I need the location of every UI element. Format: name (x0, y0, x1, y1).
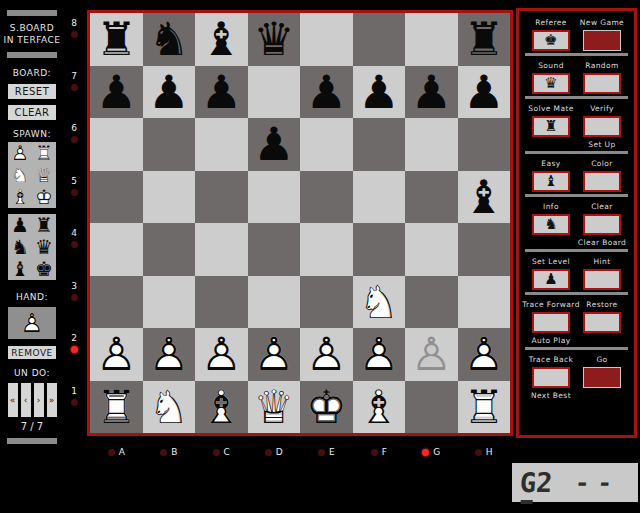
square-c4[interactable] (195, 223, 248, 276)
square-c6[interactable] (195, 118, 248, 171)
lcd-cursor (520, 500, 532, 504)
new-game-control: New Game (580, 15, 624, 51)
black-pawn-piece: ♟ (143, 66, 196, 119)
trace-forward-control: Trace ForwardAuto Play (529, 297, 573, 345)
square-h3[interactable] (458, 276, 511, 329)
white-pawn-piece: ♟♙ (248, 328, 301, 381)
black-knight-piece: ♞ (8, 236, 32, 258)
rank-label-8: 8 (62, 13, 86, 66)
rank-5-led (71, 189, 78, 196)
file-a-led (108, 449, 115, 456)
file-label-b: B (143, 447, 196, 457)
redo-last-button[interactable]: » (47, 383, 57, 417)
white-knight-piece: ♞♘ (143, 381, 196, 434)
square-g6[interactable] (405, 118, 458, 171)
rank-number: 6 (71, 123, 77, 133)
white-pawn-piece: ♟♙ (458, 328, 511, 381)
clear-button[interactable] (583, 214, 621, 235)
black-queen-piece: ♛ (248, 13, 301, 66)
black-knight-piece: ♞ (143, 13, 196, 66)
square-c7[interactable]: ♟ (195, 66, 248, 119)
square-c3[interactable] (195, 276, 248, 329)
easy-label: Easy (541, 159, 560, 168)
spawn-black-king[interactable]: ♚ (32, 258, 56, 280)
lcd-display: G2 -- (512, 463, 638, 502)
square-f8[interactable] (353, 13, 406, 66)
black-rook-icon: ♜ (544, 119, 557, 134)
verify-label: Verify (590, 104, 614, 113)
undo-controls: « ‹ › » (8, 383, 57, 417)
spawn-white-king[interactable]: ♚♔ (32, 186, 56, 208)
spawn-black-queen[interactable]: ♛ (32, 236, 56, 258)
color-control: Color (580, 156, 624, 192)
file-letter: H (486, 447, 493, 457)
trace-forward-button[interactable] (532, 312, 570, 333)
square-h5[interactable]: ♝ (458, 171, 511, 224)
spawn-black-rook[interactable]: ♜ (32, 214, 56, 236)
rank-1-led (71, 399, 78, 406)
rank-7-led (71, 84, 78, 91)
file-letter: E (329, 447, 335, 457)
white-king-piece: ♚♔ (300, 381, 353, 434)
rank-number: 8 (71, 18, 77, 28)
black-rook-piece: ♜ (32, 214, 56, 236)
file-h-led (475, 449, 482, 456)
white-knight-piece: ♞♘ (353, 276, 406, 329)
square-h8[interactable]: ♜ (458, 13, 511, 66)
trace-back-label: Trace Back (529, 355, 574, 364)
square-e5[interactable] (300, 171, 353, 224)
hint-button[interactable] (583, 269, 621, 290)
rank-4-led (71, 241, 78, 248)
control-row-4: Easy♝Color (519, 156, 634, 192)
square-c5[interactable] (195, 171, 248, 224)
spawn-white-queen[interactable]: ♛♕ (32, 164, 56, 186)
trace-forward-label: Trace Forward (522, 300, 580, 309)
file-label-c: C (195, 447, 248, 457)
undo-back-button[interactable]: ‹ (21, 383, 31, 417)
black-pawn-piece: ♟ (90, 66, 143, 119)
trace-back-button[interactable] (532, 367, 570, 388)
control-row-1: Referee♚New Game (519, 15, 634, 51)
square-d3[interactable] (248, 276, 301, 329)
square-a1[interactable]: ♜♖ (90, 381, 143, 434)
clear-board-label: Clear Board (578, 238, 626, 247)
undo-first-button[interactable]: « (8, 383, 18, 417)
set-level-button[interactable]: ♟ (532, 269, 570, 290)
square-a3[interactable] (90, 276, 143, 329)
color-label: Color (591, 159, 613, 168)
square-b6[interactable] (143, 118, 196, 171)
rank-labels: 87654321 (62, 13, 86, 433)
black-king-piece: ♚ (32, 258, 56, 280)
white-bishop-piece: ♝♗ (8, 186, 32, 208)
white-pawn-piece: ♟♙ (300, 328, 353, 381)
white-rook-piece: ♜♖ (32, 142, 56, 164)
control-row-3: Solve Mate♜VerifySet Up (519, 101, 634, 149)
rank-label-2: 2 (62, 328, 86, 381)
trace-back-control: Trace BackNext Best (529, 352, 573, 400)
black-pawn-icon: ♟ (544, 272, 557, 287)
white-bishop-piece: ♝♗ (195, 381, 248, 434)
black-pawn-piece: ♟ (300, 66, 353, 119)
white-queen-piece: ♛♕ (248, 381, 301, 434)
square-f2[interactable]: ♟♙ (353, 328, 406, 381)
white-pawn-piece: ♟♙ (143, 328, 196, 381)
square-a5[interactable] (90, 171, 143, 224)
divider (7, 438, 57, 444)
file-labels: ABCDEFGH (90, 447, 510, 457)
square-e6[interactable] (300, 118, 353, 171)
panel-divider (525, 151, 628, 154)
black-pawn-piece: ♟ (458, 66, 511, 119)
spawn-white-rook[interactable]: ♜♖ (32, 142, 56, 164)
hand-slot[interactable]: ♟♙ (8, 307, 56, 339)
white-pawn-piece: ♟♙ (195, 328, 248, 381)
black-bishop-piece: ♝ (458, 171, 511, 224)
square-f4[interactable] (353, 223, 406, 276)
undo-section-label: UN DO: (14, 368, 50, 378)
restore-control: Restore (580, 297, 624, 345)
file-e-led (318, 449, 325, 456)
square-c1[interactable]: ♝♗ (195, 381, 248, 434)
panel-divider (525, 292, 628, 295)
white-pawn-piece: ♟♙ (8, 142, 32, 164)
rank-number: 4 (71, 228, 77, 238)
right-button-panel: Referee♚New GameSound♛RandomSolve Mate♜V… (516, 8, 637, 438)
verify-button[interactable] (583, 116, 621, 137)
sound-label: Sound (538, 61, 564, 70)
black-queen-icon: ♛ (544, 76, 557, 91)
set-level-control: Set Level♟ (529, 254, 573, 290)
square-b7[interactable]: ♟ (143, 66, 196, 119)
left-control-panel: S.BOARD IN TERFACE BOARD: RESET CLEAR SP… (0, 6, 64, 448)
panel-divider (525, 53, 628, 56)
white-knight-piece: ♞♘ (8, 164, 32, 186)
new-game-label: New Game (580, 18, 624, 27)
square-f5[interactable] (353, 171, 406, 224)
file-b-led (160, 449, 167, 456)
rank-label-3: 3 (62, 276, 86, 329)
chess-board: ♜♞♝♛♜♟♟♟♟♟♟♟♟♝♞♘♟♙♟♙♟♙♟♙♟♙♟♙♟♙♟♙♜♖♞♘♝♗♛♕… (90, 13, 510, 433)
solve-mate-control: Solve Mate♜ (529, 101, 573, 149)
black-king-icon: ♚ (544, 33, 557, 48)
white-queen-piece: ♛♕ (32, 164, 56, 186)
square-f1[interactable]: ♝♗ (353, 381, 406, 434)
file-letter: F (382, 447, 387, 457)
square-d6[interactable]: ♟ (248, 118, 301, 171)
square-g5[interactable] (405, 171, 458, 224)
spawn-black-bishop[interactable]: ♝ (8, 258, 32, 280)
black-rook-piece: ♜ (458, 13, 511, 66)
redo-forward-button[interactable]: › (34, 383, 44, 417)
go-label: Go (596, 355, 607, 364)
panel-divider (525, 96, 628, 99)
black-rook-piece: ♜ (90, 13, 143, 66)
panel-divider (525, 249, 628, 252)
black-bishop-piece: ♝ (8, 258, 32, 280)
square-b5[interactable] (143, 171, 196, 224)
spawn-black-pawn[interactable]: ♟ (8, 214, 32, 236)
hand-section-label: HAND: (16, 292, 48, 302)
panel-divider (525, 194, 628, 197)
rank-2-led (71, 346, 78, 353)
file-c-led (213, 449, 220, 456)
white-bishop-piece: ♝♗ (353, 381, 406, 434)
square-g1[interactable] (405, 381, 458, 434)
black-pawn-piece: ♟ (8, 214, 32, 236)
square-b1[interactable]: ♞♘ (143, 381, 196, 434)
undo-counter: 7 / 7 (21, 421, 43, 432)
sound-control: Sound♛ (529, 58, 573, 94)
referee-button[interactable]: ♚ (532, 30, 570, 51)
rank-8-led (71, 31, 78, 38)
file-label-f: F (353, 447, 406, 457)
panel-divider (525, 347, 628, 350)
black-pawn-piece: ♟ (248, 118, 301, 171)
file-label-d: D (248, 447, 301, 457)
square-c8[interactable]: ♝ (195, 13, 248, 66)
square-b3[interactable] (143, 276, 196, 329)
file-letter: B (171, 447, 177, 457)
rank-number: 2 (71, 333, 77, 343)
control-row-5: Info♞ClearClear Board (519, 199, 634, 247)
square-c2[interactable]: ♟♙ (195, 328, 248, 381)
black-queen-piece: ♛ (32, 236, 56, 258)
set-level-label: Set Level (532, 257, 570, 266)
rank-number: 1 (71, 386, 77, 396)
square-f7[interactable]: ♟ (353, 66, 406, 119)
black-bishop-icon: ♝ (544, 174, 557, 189)
square-g8[interactable] (405, 13, 458, 66)
rank-label-4: 4 (62, 223, 86, 276)
control-row-2: Sound♛Random (519, 58, 634, 94)
file-label-g: G (405, 447, 458, 457)
square-d2[interactable]: ♟♙ (248, 328, 301, 381)
color-button[interactable] (583, 171, 621, 192)
lcd-move-square: G2 (519, 467, 554, 498)
square-d7[interactable] (248, 66, 301, 119)
file-letter: A (119, 447, 125, 457)
hint-label: Hint (593, 257, 610, 266)
verify-control: VerifySet Up (580, 101, 624, 149)
spawn-white-panel: ♟♙♜♖♞♘♛♕♝♗♚♔ (8, 142, 56, 208)
square-e3[interactable] (300, 276, 353, 329)
spawn-black-panel: ♟♜♞♛♝♚ (8, 214, 56, 280)
info-button[interactable]: ♞ (532, 214, 570, 235)
square-h1[interactable]: ♜♖ (458, 381, 511, 434)
square-e7[interactable]: ♟ (300, 66, 353, 119)
square-g4[interactable] (405, 223, 458, 276)
square-b2[interactable]: ♟♙ (143, 328, 196, 381)
go-control: Go (580, 352, 624, 400)
square-b8[interactable]: ♞ (143, 13, 196, 66)
square-a7[interactable]: ♟ (90, 66, 143, 119)
ghost-white-pawn-piece: ♟♙ (405, 328, 458, 381)
file-f-led (371, 449, 378, 456)
file-label-h: H (458, 447, 511, 457)
square-h2[interactable]: ♟♙ (458, 328, 511, 381)
easy-button[interactable]: ♝ (532, 171, 570, 192)
file-g-led (422, 449, 429, 456)
divider (7, 10, 57, 16)
white-king-piece: ♚♔ (32, 186, 56, 208)
square-d1[interactable]: ♛♕ (248, 381, 301, 434)
board-section-label: BOARD: (13, 68, 51, 78)
file-d-led (265, 449, 272, 456)
auto-play-label: Auto Play (531, 336, 570, 345)
file-letter: G (433, 447, 440, 457)
next-best-label: Next Best (531, 391, 571, 400)
white-rook-piece: ♜♖ (458, 381, 511, 434)
square-d5[interactable] (248, 171, 301, 224)
lcd-dashes: -- (574, 469, 621, 497)
solve-mate-button[interactable]: ♜ (532, 116, 570, 137)
clear-label: Clear (591, 202, 613, 211)
solve-mate-label: Solve Mate (528, 104, 574, 113)
white-rook-piece: ♜♖ (90, 381, 143, 434)
spawn-black-knight[interactable]: ♞ (8, 236, 32, 258)
square-d4[interactable] (248, 223, 301, 276)
easy-control: Easy♝ (529, 156, 573, 192)
info-control: Info♞ (529, 199, 573, 247)
clear-button[interactable]: CLEAR (8, 105, 56, 120)
square-g3[interactable] (405, 276, 458, 329)
black-pawn-piece: ♟ (405, 66, 458, 119)
white-pawn-piece: ♟♙ (90, 328, 143, 381)
square-e1[interactable]: ♚♔ (300, 381, 353, 434)
hint-control: Hint (580, 254, 624, 290)
square-f3[interactable]: ♞♘ (353, 276, 406, 329)
rank-label-7: 7 (62, 66, 86, 119)
referee-control: Referee♚ (529, 15, 573, 51)
square-b4[interactable] (143, 223, 196, 276)
file-letter: D (276, 447, 283, 457)
file-label-a: A (90, 447, 143, 457)
square-g7[interactable]: ♟ (405, 66, 458, 119)
square-h6[interactable] (458, 118, 511, 171)
white-pawn-piece: ♟♙ (353, 328, 406, 381)
control-row-8: Trace BackNext BestGo (519, 352, 634, 400)
file-letter: C (224, 447, 230, 457)
rank-number: 5 (71, 176, 77, 186)
set-up-label: Set Up (588, 140, 615, 149)
rank-3-led (71, 294, 78, 301)
random-control: Random (580, 58, 624, 94)
square-h7[interactable]: ♟ (458, 66, 511, 119)
rank-label-1: 1 (62, 381, 86, 434)
square-f6[interactable] (353, 118, 406, 171)
rank-number: 7 (71, 71, 77, 81)
rank-label-6: 6 (62, 118, 86, 171)
random-label: Random (585, 61, 618, 70)
restore-button[interactable] (583, 312, 621, 333)
square-a6[interactable] (90, 118, 143, 171)
new-game-button[interactable] (583, 30, 621, 51)
black-knight-icon: ♞ (544, 217, 557, 232)
square-a4[interactable] (90, 223, 143, 276)
divider (7, 52, 57, 58)
go-button[interactable] (583, 367, 621, 388)
square-e2[interactable]: ♟♙ (300, 328, 353, 381)
black-pawn-piece: ♟ (353, 66, 406, 119)
spawn-white-bishop[interactable]: ♝♗ (8, 186, 32, 208)
control-row-7: Trace ForwardAuto PlayRestore (519, 297, 634, 345)
board-frame: ♜♞♝♛♜♟♟♟♟♟♟♟♟♝♞♘♟♙♟♙♟♙♟♙♟♙♟♙♟♙♟♙♜♖♞♘♝♗♛♕… (87, 10, 513, 436)
square-d8[interactable]: ♛ (248, 13, 301, 66)
white-pawn-piece: ♟♙ (17, 308, 47, 338)
rank-6-led (71, 136, 78, 143)
spawn-section-label: SPAWN: (13, 129, 51, 139)
rank-label-5: 5 (62, 171, 86, 224)
spawn-white-knight[interactable]: ♞♘ (8, 164, 32, 186)
square-h4[interactable] (458, 223, 511, 276)
sound-button[interactable]: ♛ (532, 73, 570, 94)
square-e4[interactable] (300, 223, 353, 276)
clear-control: ClearClear Board (580, 199, 624, 247)
info-label: Info (543, 202, 559, 211)
random-button[interactable] (583, 73, 621, 94)
black-pawn-piece: ♟ (195, 66, 248, 119)
file-label-e: E (300, 447, 353, 457)
spawn-white-pawn[interactable]: ♟♙ (8, 142, 32, 164)
rank-number: 3 (71, 281, 77, 291)
restore-label: Restore (586, 300, 617, 309)
black-bishop-piece: ♝ (195, 13, 248, 66)
square-a8[interactable]: ♜ (90, 13, 143, 66)
square-g2[interactable]: ♟♙ (405, 328, 458, 381)
referee-label: Referee (535, 18, 567, 27)
square-e8[interactable] (300, 13, 353, 66)
square-a2[interactable]: ♟♙ (90, 328, 143, 381)
app-title: S.BOARD IN TERFACE (3, 22, 60, 46)
remove-button[interactable]: REMOVE (8, 346, 56, 359)
chess-computer-ui: S.BOARD IN TERFACE BOARD: RESET CLEAR SP… (0, 0, 640, 513)
control-row-6: Set Level♟Hint (519, 254, 634, 290)
reset-button[interactable]: RESET (8, 84, 56, 99)
